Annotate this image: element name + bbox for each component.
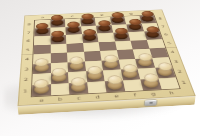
checker-dark-d8[interactable] xyxy=(81,13,94,20)
rank-label-left-2: 2 xyxy=(20,74,32,85)
file-label-bottom-c: c xyxy=(69,94,88,102)
checker-dark-h6[interactable] xyxy=(146,26,161,33)
checker-light-e3[interactable] xyxy=(103,55,118,63)
checker-light-c3[interactable] xyxy=(69,56,83,65)
square-c6[interactable] xyxy=(66,34,83,43)
checker-light-f2[interactable] xyxy=(123,64,139,73)
checker-dark-d6[interactable] xyxy=(83,29,96,36)
square-b6[interactable] xyxy=(50,35,66,44)
rank-label-left-4: 4 xyxy=(22,54,33,64)
file-label-bottom-f: f xyxy=(125,91,145,99)
square-a3[interactable] xyxy=(33,63,51,74)
square-d1[interactable] xyxy=(87,81,107,93)
checker-dark-g7[interactable] xyxy=(128,19,142,26)
square-e3[interactable] xyxy=(101,60,120,71)
metal-latch-icon xyxy=(145,100,157,106)
file-label-bottom-h: h xyxy=(162,89,183,97)
checker-dark-a7[interactable] xyxy=(36,23,49,30)
file-label-bottom-e: e xyxy=(107,92,127,100)
square-g3[interactable] xyxy=(135,58,155,69)
checker-light-a1[interactable] xyxy=(33,79,48,89)
checker-dark-h8[interactable] xyxy=(141,11,155,17)
square-h1[interactable] xyxy=(158,77,179,89)
square-c3[interactable] xyxy=(68,61,86,72)
rank-label-left-3: 3 xyxy=(21,64,32,75)
board-grid xyxy=(32,15,179,96)
rank-label-right-4: 4 xyxy=(166,47,179,57)
photo-backdrop: abcdefgh abcdefgh 87654321 87654321 xyxy=(0,0,200,136)
checker-dark-f6[interactable] xyxy=(115,27,129,34)
square-c1[interactable] xyxy=(69,82,88,94)
checker-light-b2[interactable] xyxy=(52,67,66,76)
file-label-bottom-a: a xyxy=(32,96,51,104)
square-b1[interactable] xyxy=(51,83,70,95)
file-label-bottom-g: g xyxy=(143,90,163,98)
square-h8[interactable] xyxy=(139,15,156,23)
square-d6[interactable] xyxy=(82,34,99,43)
checker-dark-c7[interactable] xyxy=(67,22,80,29)
checker-light-c1[interactable] xyxy=(70,77,85,87)
checker-dark-e7[interactable] xyxy=(98,20,111,27)
checkers-board: abcdefgh abcdefgh 87654321 87654321 xyxy=(18,10,196,106)
checker-dark-b6[interactable] xyxy=(51,30,64,37)
checker-dark-b8[interactable] xyxy=(51,15,63,22)
file-label-bottom-d: d xyxy=(88,93,108,101)
checker-light-a3[interactable] xyxy=(34,58,48,67)
checker-light-g3[interactable] xyxy=(137,53,153,61)
checker-light-d2[interactable] xyxy=(87,66,102,75)
checker-light-e1[interactable] xyxy=(107,75,123,85)
square-b4[interactable] xyxy=(50,53,67,63)
square-e1[interactable] xyxy=(105,80,125,92)
rank-label-left-1: 1 xyxy=(19,85,31,97)
checker-dark-f8[interactable] xyxy=(111,12,124,18)
file-label-bottom-b: b xyxy=(51,95,70,103)
square-a1[interactable] xyxy=(32,84,51,96)
